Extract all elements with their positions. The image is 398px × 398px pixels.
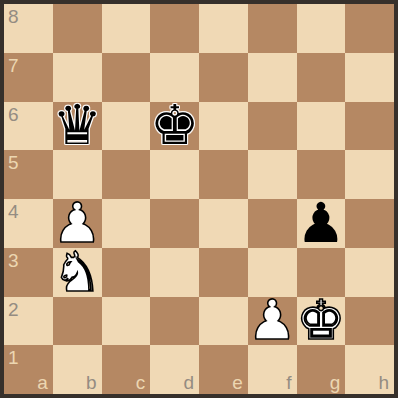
square-a6[interactable]: 6 xyxy=(4,102,53,151)
square-b8[interactable] xyxy=(53,4,102,53)
file-label-c: c xyxy=(136,373,146,392)
square-g2[interactable]: ♚ xyxy=(297,297,346,346)
square-a4[interactable]: 4 xyxy=(4,199,53,248)
square-e5[interactable] xyxy=(199,150,248,199)
square-h2[interactable] xyxy=(345,297,394,346)
rank-label-7: 7 xyxy=(8,56,19,75)
square-f7[interactable] xyxy=(248,53,297,102)
square-c3[interactable] xyxy=(102,248,151,297)
file-label-e: e xyxy=(232,373,243,392)
square-d1[interactable]: d xyxy=(150,345,199,394)
square-h7[interactable] xyxy=(345,53,394,102)
square-h1[interactable]: h xyxy=(345,345,394,394)
rank-label-2: 2 xyxy=(8,300,19,319)
square-c4[interactable] xyxy=(102,199,151,248)
square-e7[interactable] xyxy=(199,53,248,102)
square-d4[interactable] xyxy=(150,199,199,248)
black-king-icon[interactable]: ♚ xyxy=(150,102,199,151)
white-pawn-icon[interactable]: ♟ xyxy=(248,297,297,346)
square-h6[interactable] xyxy=(345,102,394,151)
square-a8[interactable]: 8 xyxy=(4,4,53,53)
square-c1[interactable]: c xyxy=(102,345,151,394)
square-c5[interactable] xyxy=(102,150,151,199)
board: 876♛♚54♟♟3♞2♟♚1abcdefgh xyxy=(4,4,394,394)
square-b2[interactable] xyxy=(53,297,102,346)
rank-label-5: 5 xyxy=(8,153,19,172)
rank-label-3: 3 xyxy=(8,251,19,270)
square-a5[interactable]: 5 xyxy=(4,150,53,199)
square-g8[interactable] xyxy=(297,4,346,53)
square-e8[interactable] xyxy=(199,4,248,53)
square-d6[interactable]: ♚ xyxy=(150,102,199,151)
file-label-b: b xyxy=(86,373,97,392)
square-a1[interactable]: 1a xyxy=(4,345,53,394)
square-d5[interactable] xyxy=(150,150,199,199)
square-g6[interactable] xyxy=(297,102,346,151)
square-e1[interactable]: e xyxy=(199,345,248,394)
black-pawn-icon[interactable]: ♟ xyxy=(297,199,346,248)
square-h5[interactable] xyxy=(345,150,394,199)
square-e4[interactable] xyxy=(199,199,248,248)
square-g1[interactable]: g xyxy=(297,345,346,394)
square-c7[interactable] xyxy=(102,53,151,102)
rank-label-8: 8 xyxy=(8,7,19,26)
square-f8[interactable] xyxy=(248,4,297,53)
square-b1[interactable]: b xyxy=(53,345,102,394)
white-king-icon[interactable]: ♚ xyxy=(297,297,346,346)
square-f4[interactable] xyxy=(248,199,297,248)
black-queen-icon[interactable]: ♛ xyxy=(53,102,102,151)
square-h4[interactable] xyxy=(345,199,394,248)
square-h3[interactable] xyxy=(345,248,394,297)
file-label-d: d xyxy=(183,373,194,392)
file-label-h: h xyxy=(378,373,389,392)
file-label-a: a xyxy=(37,373,48,392)
square-e6[interactable] xyxy=(199,102,248,151)
square-d3[interactable] xyxy=(150,248,199,297)
square-g4[interactable]: ♟ xyxy=(297,199,346,248)
square-f1[interactable]: f xyxy=(248,345,297,394)
file-label-g: g xyxy=(330,373,341,392)
rank-label-1: 1 xyxy=(8,348,19,367)
file-label-f: f xyxy=(286,373,291,392)
square-c2[interactable] xyxy=(102,297,151,346)
square-b3[interactable]: ♞ xyxy=(53,248,102,297)
chess-board-frame: 876♛♚54♟♟3♞2♟♚1abcdefgh xyxy=(0,0,398,398)
square-d2[interactable] xyxy=(150,297,199,346)
rank-label-4: 4 xyxy=(8,202,19,221)
rank-label-6: 6 xyxy=(8,105,19,124)
square-a2[interactable]: 2 xyxy=(4,297,53,346)
square-f2[interactable]: ♟ xyxy=(248,297,297,346)
square-b6[interactable]: ♛ xyxy=(53,102,102,151)
square-c6[interactable] xyxy=(102,102,151,151)
square-c8[interactable] xyxy=(102,4,151,53)
square-g7[interactable] xyxy=(297,53,346,102)
square-h8[interactable] xyxy=(345,4,394,53)
square-e2[interactable] xyxy=(199,297,248,346)
square-f6[interactable] xyxy=(248,102,297,151)
white-knight-icon[interactable]: ♞ xyxy=(53,248,102,297)
square-f5[interactable] xyxy=(248,150,297,199)
square-a7[interactable]: 7 xyxy=(4,53,53,102)
square-a3[interactable]: 3 xyxy=(4,248,53,297)
square-e3[interactable] xyxy=(199,248,248,297)
square-d8[interactable] xyxy=(150,4,199,53)
